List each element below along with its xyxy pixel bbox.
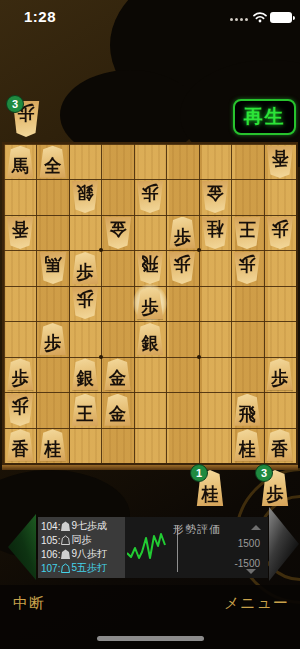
shogi-piece[interactable]: 歩	[4, 392, 36, 427]
shogi-piece[interactable]: 金	[101, 357, 133, 392]
evaluation-scale-max: 1500	[238, 538, 260, 549]
shogi-piece[interactable]: 香	[264, 428, 296, 463]
shogi-piece[interactable]: 金	[101, 215, 133, 250]
shogi-piece[interactable]: 歩	[134, 179, 166, 214]
shogi-piece[interactable]: 歩	[166, 250, 198, 285]
shogi-piece[interactable]: 歩	[134, 286, 166, 321]
gote-move-icon	[61, 549, 70, 559]
board-front-edge	[2, 465, 298, 470]
shogi-piece[interactable]: 歩	[264, 215, 296, 250]
move-list-row[interactable]: 106:9八歩打	[41, 547, 125, 561]
wifi-icon	[252, 11, 268, 23]
shogi-piece[interactable]: 桂	[36, 428, 68, 463]
shogi-piece[interactable]: 歩	[4, 357, 36, 392]
shogi-piece[interactable]: 銀	[134, 321, 166, 356]
evaluation-graph	[127, 527, 175, 573]
bottom-bar: 中断 メニュー	[0, 585, 300, 649]
star-point	[197, 355, 201, 359]
sente-move-icon	[61, 563, 70, 573]
evaluation-scale-min: -1500	[234, 558, 260, 569]
move-list-row[interactable]: 104:9七歩成	[41, 519, 125, 533]
gote-move-icon	[61, 521, 70, 531]
evaluation-panel: 形勢評価 1500 -1500	[125, 517, 268, 578]
shogi-piece[interactable]: 桂	[231, 428, 263, 463]
menu-button[interactable]: メニュー	[224, 594, 289, 613]
shogi-piece[interactable]: 香	[264, 144, 296, 179]
shogi-piece[interactable]: 香	[4, 428, 36, 463]
shogi-piece[interactable]: 歩	[36, 321, 68, 356]
replay-button[interactable]: 再生	[233, 99, 296, 135]
shogi-piece[interactable]: 歩	[166, 215, 198, 250]
shogi-piece[interactable]: 歩	[264, 357, 296, 392]
move-list-row[interactable]: 107:5五歩打	[41, 561, 125, 575]
shogi-piece[interactable]: 王	[231, 215, 263, 250]
shogi-board[interactable]: 馬全香銀歩金香金歩桂王歩馬歩飛歩歩歩歩歩銀歩銀金歩歩王金飛香桂桂香	[2, 142, 298, 465]
shogi-piece[interactable]: 金	[101, 392, 133, 427]
suspend-button[interactable]: 中断	[13, 594, 45, 613]
shogi-app-screen: 1:28 再生 馬全香銀歩金香金歩桂王歩馬歩飛歩歩歩歩歩銀歩銀金歩歩王金飛香桂桂…	[0, 0, 300, 649]
move-list[interactable]: 104:9七歩成105:同歩106:9八歩打107:5五歩打	[38, 517, 125, 578]
shogi-piece[interactable]: 桂	[199, 215, 231, 250]
shogi-piece[interactable]: 馬	[36, 250, 68, 285]
shogi-piece[interactable]: 飛	[231, 392, 263, 427]
scale-up-icon	[251, 525, 261, 530]
captured-count-badge: 3	[6, 95, 24, 113]
shogi-piece[interactable]: 歩	[69, 250, 101, 285]
shogi-piece[interactable]: 金	[199, 179, 231, 214]
captured-count-badge: 1	[190, 464, 208, 482]
evaluation-title: 形勢評価	[173, 522, 221, 537]
status-time: 1:28	[24, 8, 56, 25]
shogi-piece[interactable]: 王	[69, 392, 101, 427]
battery-icon	[270, 12, 292, 23]
scale-down-icon	[246, 569, 256, 574]
shogi-piece[interactable]: 銀	[69, 179, 101, 214]
move-list-row[interactable]: 105:同歩	[41, 533, 125, 547]
shogi-piece[interactable]: 全	[36, 144, 68, 179]
shogi-piece[interactable]: 銀	[69, 357, 101, 392]
captured-count-badge: 3	[255, 464, 273, 482]
shogi-piece[interactable]: 歩	[69, 286, 101, 321]
shogi-piece[interactable]: 香	[4, 215, 36, 250]
sente-move-icon	[61, 535, 70, 545]
shogi-piece[interactable]: 馬	[4, 144, 36, 179]
shogi-piece[interactable]: 歩	[231, 250, 263, 285]
home-indicator[interactable]	[97, 636, 204, 641]
shogi-piece[interactable]: 飛	[134, 250, 166, 285]
